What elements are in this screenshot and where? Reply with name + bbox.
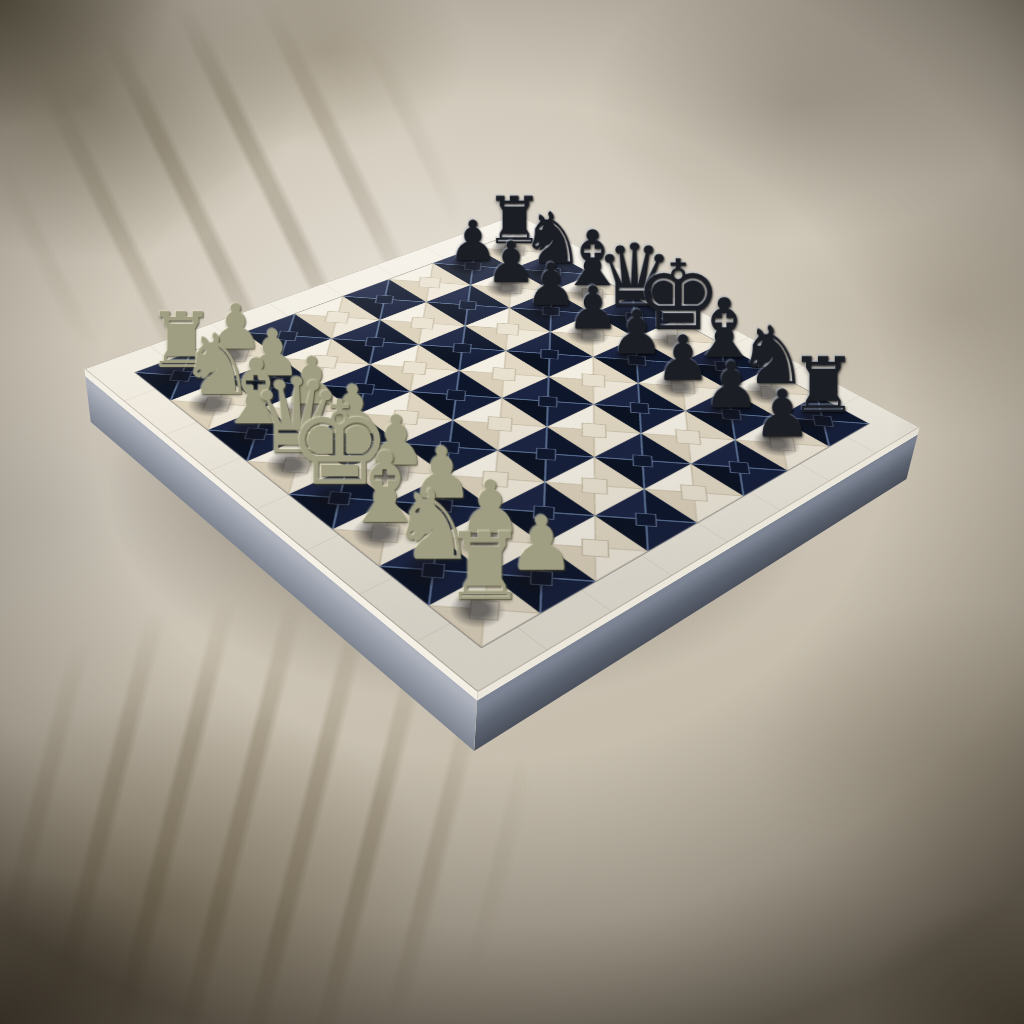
black-pawn-glyph: ♟ bbox=[753, 381, 812, 447]
chess-board: ♜♞♝♛♚♝♞♜♟♟♟♟♟♟♟♟♟♟♟♟♟♟♟♟♜♞♝♛♚♝♞♜ bbox=[84, 214, 919, 692]
scene: ♜♞♝♛♚♝♞♜♟♟♟♟♟♟♟♟♟♟♟♟♟♟♟♟♜♞♝♛♚♝♞♜ bbox=[0, 0, 1024, 1024]
white-rook-glyph: ♜ bbox=[443, 521, 526, 613]
black-pawn-glyph: ♟ bbox=[703, 353, 760, 417]
